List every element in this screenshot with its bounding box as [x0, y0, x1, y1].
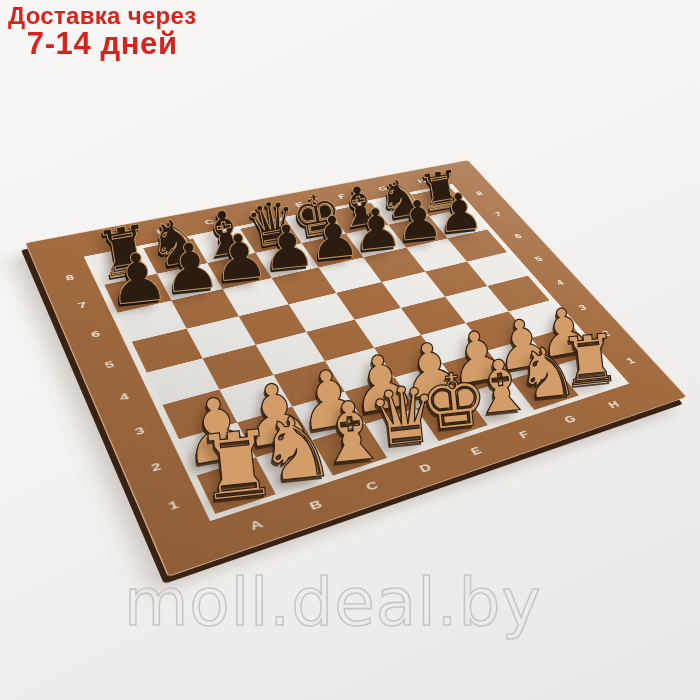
- coord-label-left-5: 5: [103, 358, 116, 370]
- coord-label-top-e: E: [293, 200, 306, 208]
- coord-label-bottom-c: C: [363, 478, 381, 493]
- coord-label-bottom-d: D: [417, 461, 434, 475]
- delivery-banner-line1: Доставка через: [8, 3, 196, 28]
- coord-label-left-3: 3: [133, 424, 147, 437]
- coord-label-top-b: B: [155, 227, 169, 236]
- board-frame-line: [84, 184, 630, 521]
- coord-label-right-2: 2: [599, 328, 612, 338]
- coord-label-right-7: 7: [492, 210, 504, 218]
- coord-label-bottom-h: H: [605, 398, 621, 410]
- coord-label-top-f: F: [336, 192, 348, 200]
- coord-label-left-1: 1: [166, 497, 181, 512]
- watermark: moll.deal.by: [124, 564, 542, 641]
- coord-label-right-6: 6: [512, 232, 524, 240]
- coord-label-right-5: 5: [532, 254, 544, 262]
- coord-label-bottom-f: F: [516, 428, 531, 440]
- coord-label-left-7: 7: [76, 300, 88, 310]
- coord-label-bottom-a: A: [247, 516, 265, 532]
- coord-label-right-8: 8: [474, 190, 485, 197]
- coord-label-bottom-e: E: [468, 444, 484, 457]
- coord-label-top-h: H: [416, 177, 429, 185]
- coord-label-bottom-b: B: [307, 497, 325, 512]
- coord-label-top-g: G: [376, 184, 390, 192]
- coord-label-right-4: 4: [554, 278, 567, 287]
- coord-label-top-a: A: [104, 236, 118, 245]
- coord-label-top-c: C: [203, 217, 217, 226]
- coord-label-right-3: 3: [576, 302, 589, 311]
- coord-label-left-6: 6: [89, 328, 102, 339]
- coord-label-bottom-g: G: [561, 413, 578, 426]
- product-photo-page: Доставка через 7-14 дней AA88BB77CC66DD5…: [0, 0, 700, 700]
- delivery-banner: Доставка через 7-14 дней: [8, 3, 196, 61]
- coord-label-left-8: 8: [64, 272, 76, 282]
- coord-label-top-d: D: [249, 209, 262, 217]
- coord-label-right-1: 1: [624, 355, 638, 365]
- coord-label-left-2: 2: [149, 460, 164, 474]
- coord-label-left-4: 4: [117, 390, 131, 402]
- delivery-banner-line2: 7-14 дней: [8, 28, 196, 61]
